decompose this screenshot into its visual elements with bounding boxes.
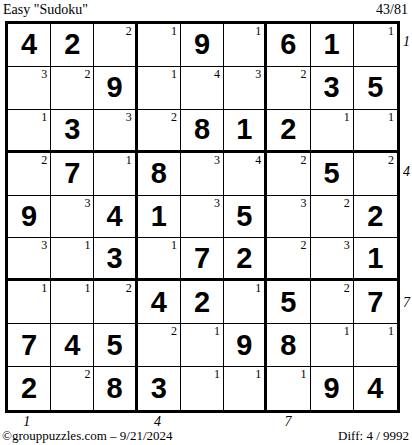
footer-difficulty: Diff: 4 / 9992 — [338, 428, 409, 444]
cell-r3c2[interactable]: 3 — [51, 110, 94, 153]
cell-r6c6[interactable]: 2 — [224, 238, 267, 281]
cell-r9c9[interactable]: 4 — [354, 367, 397, 410]
cell-r7c7[interactable]: 5 — [267, 281, 310, 324]
cell-r6c7[interactable]: 2 — [267, 238, 310, 281]
pencil-mark: 2 — [344, 282, 350, 295]
cell-r6c9[interactable]: 1 — [354, 238, 397, 281]
pencil-mark: 1 — [214, 368, 220, 381]
cell-r9c8[interactable]: 9 — [311, 367, 354, 410]
cell-r3c5[interactable]: 8 — [181, 110, 224, 153]
cell-r7c5[interactable]: 2 — [181, 281, 224, 324]
row-label-4: 4 — [403, 164, 412, 180]
cell-r5c9[interactable]: 2 — [354, 196, 397, 239]
cell-r8c5[interactable]: 1 — [181, 324, 224, 367]
given-digit: 2 — [267, 110, 309, 150]
pencil-mark: 1 — [344, 111, 350, 124]
pencil-mark: 2 — [171, 111, 177, 124]
pencil-mark: 2 — [84, 368, 90, 381]
cell-r4c3[interactable]: 1 — [94, 153, 137, 196]
cell-r3c4[interactable]: 2 — [138, 110, 181, 153]
pencil-mark: 1 — [171, 25, 177, 38]
given-digit: 2 — [354, 196, 397, 238]
cell-r7c6[interactable]: 1 — [224, 281, 267, 324]
cell-r2c1[interactable]: 3 — [8, 67, 51, 110]
cell-r3c3[interactable]: 3 — [94, 110, 137, 153]
cell-r1c2[interactable]: 2 — [51, 24, 94, 67]
cell-r7c3[interactable]: 2 — [94, 281, 137, 324]
given-digit: 2 — [181, 281, 223, 323]
given-digit: 7 — [181, 238, 223, 278]
pencil-mark: 1 — [126, 154, 132, 167]
cell-r4c1[interactable]: 2 — [8, 153, 51, 196]
pencil-mark: 3 — [301, 197, 307, 210]
given-digit: 4 — [354, 367, 397, 410]
pencil-mark: 3 — [41, 239, 47, 252]
cell-r8c1[interactable]: 7 — [8, 324, 51, 367]
cell-r8c7[interactable]: 8 — [267, 324, 310, 367]
remaining-counter: 43/81 — [376, 2, 408, 18]
pencil-mark: 1 — [301, 368, 307, 381]
cell-r7c1[interactable]: 1 — [8, 281, 51, 324]
pencil-mark: 2 — [301, 68, 307, 81]
cell-r5c7[interactable]: 3 — [267, 196, 310, 239]
col-label-1: 1 — [23, 414, 30, 430]
col-label-4: 4 — [154, 414, 161, 430]
pencil-mark: 2 — [344, 197, 350, 210]
cell-r3c6[interactable]: 1 — [224, 110, 267, 153]
given-digit: 1 — [224, 110, 264, 150]
given-digit: 8 — [138, 153, 180, 195]
cell-r8c9[interactable]: 1 — [354, 324, 397, 367]
cell-r2c8[interactable]: 3 — [311, 67, 354, 110]
pencil-mark: 1 — [255, 368, 261, 381]
cell-r2c9[interactable]: 5 — [354, 67, 397, 110]
cell-r8c3[interactable]: 5 — [94, 324, 137, 367]
given-digit: 1 — [311, 24, 353, 66]
pencil-mark: 1 — [171, 68, 177, 81]
given-digit: 4 — [138, 281, 180, 323]
given-digit: 3 — [138, 367, 180, 410]
pencil-mark: 2 — [301, 239, 307, 252]
given-digit: 2 — [224, 238, 264, 278]
given-digit: 7 — [51, 153, 93, 195]
given-digit: 2 — [8, 367, 50, 410]
row-label-1: 1 — [403, 34, 412, 50]
cell-r9c1[interactable]: 2 — [8, 367, 51, 410]
given-digit: 7 — [8, 324, 50, 366]
pencil-mark: 3 — [41, 68, 47, 81]
pencil-mark: 1 — [84, 239, 90, 252]
pencil-mark: 3 — [214, 197, 220, 210]
pencil-mark: 1 — [41, 282, 47, 295]
col-label-7: 7 — [285, 414, 292, 430]
cell-r9c5[interactable]: 1 — [181, 367, 224, 410]
given-digit: 1 — [354, 238, 397, 278]
cell-r9c6[interactable]: 1 — [224, 367, 267, 410]
cell-r4c5[interactable]: 3 — [181, 153, 224, 196]
cell-r1c8[interactable]: 1 — [311, 24, 354, 67]
pencil-mark: 3 — [255, 68, 261, 81]
given-digit: 9 — [311, 367, 353, 410]
pencil-mark: 1 — [214, 325, 220, 338]
cell-r4c7[interactable]: 2 — [267, 153, 310, 196]
cell-r3c1[interactable]: 1 — [8, 110, 51, 153]
given-digit: 4 — [94, 196, 134, 238]
cell-r6c2[interactable]: 1 — [51, 238, 94, 281]
cell-r8c8[interactable]: 1 — [311, 324, 354, 367]
cell-r5c2[interactable]: 3 — [51, 196, 94, 239]
cell-r1c3[interactable]: 2 — [94, 24, 137, 67]
cell-r2c6[interactable]: 3 — [224, 67, 267, 110]
cell-r5c4[interactable]: 1 — [138, 196, 181, 239]
cell-r4c6[interactable]: 4 — [224, 153, 267, 196]
cell-r9c3[interactable]: 8 — [94, 367, 137, 410]
given-digit: 2 — [51, 24, 93, 66]
cell-r7c8[interactable]: 2 — [311, 281, 354, 324]
pencil-mark: 2 — [171, 325, 177, 338]
given-digit: 8 — [267, 324, 309, 366]
cell-r5c5[interactable]: 3 — [181, 196, 224, 239]
cell-r5c8[interactable]: 2 — [311, 196, 354, 239]
cell-r8c6[interactable]: 9 — [224, 324, 267, 367]
pencil-mark: 1 — [255, 25, 261, 38]
cell-r5c3[interactable]: 4 — [94, 196, 137, 239]
footer-copyright-date: ©grouppuzzles.com – 9/21/2024 — [2, 428, 173, 444]
cell-r4c2[interactable]: 7 — [51, 153, 94, 196]
sudoku-grid: 4221916113291432351332812112718342529341… — [5, 21, 400, 413]
pencil-mark: 2 — [84, 68, 90, 81]
given-digit: 3 — [94, 238, 134, 278]
cell-r2c4[interactable]: 1 — [138, 67, 181, 110]
pencil-mark: 3 — [344, 239, 350, 252]
given-digit: 4 — [8, 24, 50, 66]
cell-r7c9[interactable]: 7 — [354, 281, 397, 324]
given-digit: 8 — [181, 110, 223, 150]
given-digit: 5 — [311, 153, 353, 195]
pencil-mark: 2 — [301, 154, 307, 167]
given-digit: 5 — [94, 324, 134, 366]
cell-r6c8[interactable]: 3 — [311, 238, 354, 281]
pencil-mark: 2 — [388, 154, 394, 167]
given-digit: 3 — [51, 110, 93, 150]
cell-r8c4[interactable]: 2 — [138, 324, 181, 367]
cell-r6c1[interactable]: 3 — [8, 238, 51, 281]
cell-r2c5[interactable]: 4 — [181, 67, 224, 110]
pencil-mark: 1 — [84, 282, 90, 295]
cell-r4c9[interactable]: 2 — [354, 153, 397, 196]
cell-r1c4[interactable]: 1 — [138, 24, 181, 67]
given-digit: 9 — [94, 67, 134, 109]
cell-r4c4[interactable]: 8 — [138, 153, 181, 196]
cell-r2c2[interactable]: 2 — [51, 67, 94, 110]
pencil-mark: 3 — [126, 111, 132, 124]
given-digit: 4 — [51, 324, 93, 366]
row-label-7: 7 — [403, 295, 412, 311]
pencil-mark: 3 — [84, 197, 90, 210]
cell-r7c2[interactable]: 1 — [51, 281, 94, 324]
cell-r2c7[interactable]: 2 — [267, 67, 310, 110]
cell-r1c7[interactable]: 6 — [267, 24, 310, 67]
pencil-mark: 1 — [344, 325, 350, 338]
given-digit: 5 — [224, 196, 264, 238]
pencil-mark: 1 — [255, 282, 261, 295]
given-digit: 6 — [267, 24, 309, 66]
cell-r3c7[interactable]: 2 — [267, 110, 310, 153]
given-digit: 9 — [224, 324, 264, 366]
pencil-mark: 4 — [214, 68, 220, 81]
pencil-mark: 1 — [171, 239, 177, 252]
cell-r1c1[interactable]: 4 — [8, 24, 51, 67]
pencil-mark: 1 — [41, 111, 47, 124]
cell-r6c3[interactable]: 3 — [94, 238, 137, 281]
pencil-mark: 1 — [388, 25, 394, 38]
given-digit: 9 — [181, 24, 223, 66]
sudoku-page: Easy "Sudoku" 43/81 42219161132914323513… — [0, 0, 412, 445]
given-digit: 5 — [354, 67, 397, 109]
given-digit: 1 — [138, 196, 180, 238]
cell-r9c2[interactable]: 2 — [51, 367, 94, 410]
given-digit: 8 — [94, 367, 134, 410]
cell-r4c8[interactable]: 5 — [311, 153, 354, 196]
cell-r6c4[interactable]: 1 — [138, 238, 181, 281]
cell-r3c9[interactable]: 1 — [354, 110, 397, 153]
given-digit: 3 — [311, 67, 353, 109]
pencil-mark: 2 — [126, 282, 132, 295]
cell-r8c2[interactable]: 4 — [51, 324, 94, 367]
given-digit: 7 — [354, 281, 397, 323]
pencil-mark: 1 — [388, 325, 394, 338]
given-digit: 9 — [8, 196, 50, 238]
cell-r2c3[interactable]: 9 — [94, 67, 137, 110]
cell-r1c9[interactable]: 1 — [354, 24, 397, 67]
cell-r6c5[interactable]: 7 — [181, 238, 224, 281]
pencil-mark: 3 — [214, 154, 220, 167]
cell-r3c8[interactable]: 1 — [311, 110, 354, 153]
puzzle-title: Easy "Sudoku" — [3, 2, 88, 18]
cell-r5c6[interactable]: 5 — [224, 196, 267, 239]
cell-r1c5[interactable]: 9 — [181, 24, 224, 67]
cell-r9c4[interactable]: 3 — [138, 367, 181, 410]
pencil-mark: 4 — [255, 154, 261, 167]
cell-r1c6[interactable]: 1 — [224, 24, 267, 67]
pencil-mark: 2 — [41, 154, 47, 167]
pencil-mark: 2 — [126, 25, 132, 38]
cell-r5c1[interactable]: 9 — [8, 196, 51, 239]
given-digit: 5 — [267, 281, 309, 323]
cell-r7c4[interactable]: 4 — [138, 281, 181, 324]
pencil-mark: 1 — [388, 111, 394, 124]
cell-r9c7[interactable]: 1 — [267, 367, 310, 410]
